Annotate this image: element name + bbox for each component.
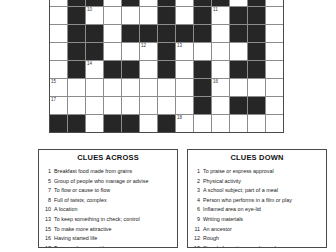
clue-text: To praise or express approval — [203, 167, 326, 177]
grid-cell[interactable] — [104, 43, 121, 60]
grid-cell[interactable] — [230, 0, 247, 6]
grid-cell-black — [230, 61, 247, 78]
grid-cell-black — [86, 43, 103, 60]
grid-cell-black — [158, 61, 175, 78]
grid-cell-black — [86, 25, 103, 42]
grid-cell[interactable] — [104, 0, 121, 6]
grid-cell[interactable] — [212, 43, 229, 60]
grid-cell[interactable] — [122, 79, 139, 96]
clue-line: 15To make more attractive — [39, 225, 177, 235]
clue-text: To make more attractive — [54, 225, 177, 235]
clue-line: 16Having started life — [39, 234, 177, 244]
grid-cell[interactable] — [50, 0, 67, 6]
grid-cell-black — [68, 115, 85, 132]
clue-text: Writing materials — [203, 215, 326, 225]
grid-cell[interactable] — [176, 61, 193, 78]
clue-line: 2Physical activity — [188, 177, 326, 187]
grid-cell[interactable] — [140, 79, 157, 96]
grid-cell-black — [158, 115, 175, 132]
grid-cell-black — [248, 7, 265, 24]
grid-cell[interactable] — [50, 25, 67, 42]
clue-line: 11An ancestor — [188, 225, 326, 235]
grid-cell[interactable]: 13 — [176, 43, 193, 60]
cell-number: 14 — [87, 61, 92, 66]
clue-number: 5 — [39, 177, 51, 187]
grid-cell-black — [122, 115, 139, 132]
grid-cell-black — [248, 61, 265, 78]
grid-cell[interactable] — [266, 79, 283, 96]
grid-cell[interactable] — [104, 79, 121, 96]
grid-cell[interactable] — [176, 79, 193, 96]
grid-cell-black — [194, 79, 211, 96]
grid-cell[interactable] — [104, 7, 121, 24]
grid-cell-black — [158, 0, 175, 6]
clue-number: 13 — [39, 215, 51, 225]
grid-cell-black — [86, 0, 103, 6]
clues-down-list: 1To praise or express approval2Physical … — [188, 167, 326, 248]
clue-number: 16 — [39, 234, 51, 244]
grid-cell[interactable] — [86, 115, 103, 132]
grid-cell[interactable] — [104, 25, 121, 42]
clue-text: Physical activity — [203, 177, 326, 187]
grid-cell-black — [158, 43, 175, 60]
clue-number: 15 — [39, 225, 51, 235]
grid-cell-black — [140, 25, 157, 42]
grid-cell[interactable] — [122, 43, 139, 60]
clue-line: 3A school subject; part of a meal — [188, 186, 326, 196]
clue-number: 1 — [39, 167, 51, 177]
grid-cell-black — [248, 0, 265, 6]
clue-number: 11 — [188, 225, 200, 235]
grid-cell-black — [104, 115, 121, 132]
grid-cell[interactable] — [68, 79, 85, 96]
clue-text: Breakfast food made from grains — [54, 167, 177, 177]
cell-number: 17 — [51, 97, 56, 102]
grid-cell-black — [50, 115, 67, 132]
grid-cell-black — [122, 0, 139, 6]
grid-cell[interactable] — [140, 0, 157, 6]
grid-cell[interactable] — [86, 97, 103, 114]
grid-cell-black — [230, 25, 247, 42]
grid-cell[interactable]: 17 — [50, 97, 67, 114]
grid-cell[interactable] — [266, 25, 283, 42]
crossword-grid: 101112131415161718 — [49, 0, 284, 133]
cell-number: 15 — [51, 79, 56, 84]
grid-cell-black — [230, 97, 247, 114]
grid-cell[interactable] — [50, 7, 67, 24]
grid-cell[interactable] — [230, 43, 247, 60]
grid-cell[interactable] — [140, 7, 157, 24]
grid-cell-black — [194, 25, 211, 42]
clue-line: 9Writing materials — [188, 215, 326, 225]
grid-cell-black — [68, 25, 85, 42]
grid-cell[interactable] — [158, 97, 175, 114]
grid-cell-black — [68, 0, 85, 6]
clue-text: Group of people who manage or advise — [54, 177, 177, 187]
clue-line: 1To praise or express approval — [188, 167, 326, 177]
grid-cell[interactable] — [158, 79, 175, 96]
grid-cell-black — [212, 0, 229, 6]
grid-cell[interactable] — [230, 79, 247, 96]
grid-cell[interactable] — [266, 115, 283, 132]
clue-text: Signals for action; snooker rods — [203, 244, 326, 248]
grid-cell-black — [194, 0, 211, 6]
clue-text: Inflamed area on eye-lid — [203, 205, 326, 215]
grid-cell[interactable] — [212, 61, 229, 78]
clues-across-list: 1Breakfast food made from grains5Group o… — [39, 167, 177, 248]
grid-cell-black — [158, 25, 175, 42]
clue-number: 8 — [39, 196, 51, 206]
clue-number: 3 — [188, 186, 200, 196]
crossword-worksheet: 101112131415161718 CLUES ACROSS 1Breakfa… — [0, 0, 336, 252]
clue-line: 4Person who performs in a film or play — [188, 196, 326, 206]
grid-cell-black — [122, 25, 139, 42]
clue-number: 4 — [188, 196, 200, 206]
grid-cell-black — [194, 97, 211, 114]
grid-cell-black — [248, 97, 265, 114]
grid-cell-black — [68, 43, 85, 60]
grid-cell[interactable] — [266, 7, 283, 24]
grid-cell[interactable] — [140, 97, 157, 114]
clue-line: 12Rough — [188, 234, 326, 244]
clue-number: 1 — [188, 167, 200, 177]
clue-number: 10 — [39, 205, 51, 215]
cell-number: 12 — [141, 43, 146, 48]
clue-number: 2 — [188, 177, 200, 187]
grid-cell[interactable] — [122, 7, 139, 24]
grid-cell[interactable] — [266, 61, 283, 78]
cell-number: 11 — [213, 7, 218, 12]
grid-cell[interactable] — [122, 97, 139, 114]
clues-across-box: CLUES ACROSS 1Breakfast food made from g… — [38, 149, 178, 248]
clue-number: 12 — [188, 234, 200, 244]
grid-cell[interactable] — [140, 115, 157, 132]
grid-cell[interactable]: 15 — [50, 79, 67, 96]
clue-text: To flow or cause to flow — [54, 186, 177, 196]
grid-cell-black — [194, 7, 211, 24]
clue-text: A location — [54, 205, 177, 215]
grid-cell-black — [122, 61, 139, 78]
grid-cell[interactable] — [212, 97, 229, 114]
clue-line: 7To flow or cause to flow — [39, 186, 177, 196]
grid-cell-black — [104, 61, 121, 78]
clue-number: 13 — [188, 244, 200, 248]
clue-text: To spread over a wide area — [54, 244, 177, 248]
clue-line: 13To keep something in check; control — [39, 215, 177, 225]
clue-line: 13Signals for action; snooker rods — [188, 244, 326, 248]
grid-cell[interactable] — [266, 0, 283, 6]
clues-across-title: CLUES ACROSS — [39, 153, 177, 162]
grid-cell[interactable]: 12 — [140, 43, 157, 60]
clue-text: Rough — [203, 234, 326, 244]
grid-cell[interactable] — [266, 43, 283, 60]
grid-cell[interactable] — [176, 97, 193, 114]
clue-line: 1Breakfast food made from grains — [39, 167, 177, 177]
clue-number: 6 — [188, 205, 200, 215]
clue-text: An ancestor — [203, 225, 326, 235]
grid-cell[interactable]: 16 — [212, 79, 229, 96]
clues-down-title: CLUES DOWN — [188, 153, 326, 162]
grid-cell-black — [248, 43, 265, 60]
cell-number: 10 — [87, 7, 92, 12]
grid-cell[interactable] — [266, 97, 283, 114]
clue-line: 10A location — [39, 205, 177, 215]
clue-text: Having started life — [54, 234, 177, 244]
grid-cell[interactable] — [176, 0, 193, 6]
grid-cell[interactable] — [194, 115, 211, 132]
clue-line: 6Inflamed area on eye-lid — [188, 205, 326, 215]
cell-number: 18 — [177, 115, 182, 120]
clue-line: 5Group of people who manage or advise — [39, 177, 177, 187]
grid-cell[interactable] — [68, 97, 85, 114]
grid-cell[interactable]: 11 — [212, 7, 229, 24]
grid-cell[interactable] — [248, 115, 265, 132]
clue-line: 17To spread over a wide area — [39, 244, 177, 248]
clues-down-box: CLUES DOWN 1To praise or express approva… — [187, 149, 327, 248]
grid-cell[interactable] — [176, 7, 193, 24]
grid-cell[interactable] — [86, 79, 103, 96]
grid-cell-black — [230, 7, 247, 24]
grid-cell[interactable] — [194, 43, 211, 60]
grid-cell[interactable]: 14 — [86, 61, 103, 78]
grid-cell[interactable] — [50, 43, 67, 60]
clue-text: To keep something in check; control — [54, 215, 177, 225]
clue-text: Full of twists; complex — [54, 196, 177, 206]
grid-cell[interactable] — [230, 115, 247, 132]
grid-cell-black — [176, 25, 193, 42]
grid-cell[interactable] — [140, 61, 157, 78]
grid-cell[interactable] — [212, 25, 229, 42]
grid-cell-black — [158, 7, 175, 24]
grid-cell-black — [68, 7, 85, 24]
clue-text: A school subject; part of a meal — [203, 186, 326, 196]
clue-number: 17 — [39, 244, 51, 248]
grid-cell[interactable] — [104, 97, 121, 114]
grid-cell[interactable] — [50, 61, 67, 78]
clue-text: Person who performs in a film or play — [203, 196, 326, 206]
clue-number: 7 — [39, 186, 51, 196]
clue-number: 9 — [188, 215, 200, 225]
clue-line: 8Full of twists; complex — [39, 196, 177, 206]
grid-cell-black — [68, 61, 85, 78]
grid-cell-black — [248, 25, 265, 42]
cell-number: 13 — [177, 43, 182, 48]
grid-cell-black — [194, 61, 211, 78]
grid-cell[interactable]: 10 — [86, 7, 103, 24]
cell-number: 16 — [213, 79, 218, 84]
grid-cell[interactable] — [212, 115, 229, 132]
grid-cell[interactable]: 18 — [176, 115, 193, 132]
grid-cell[interactable] — [248, 79, 265, 96]
